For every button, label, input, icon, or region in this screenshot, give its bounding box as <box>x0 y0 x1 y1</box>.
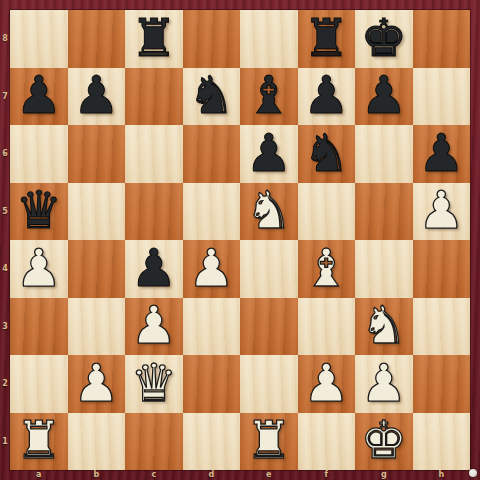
square-b7[interactable]: ♟ <box>68 68 126 126</box>
square-h5[interactable]: ♟ <box>413 183 471 241</box>
square-a4[interactable]: ♟ <box>10 240 68 298</box>
piece-white-pawn-g2[interactable]: ♟ <box>360 357 407 409</box>
square-b5[interactable] <box>68 183 126 241</box>
piece-black-knight-d7[interactable]: ♞ <box>188 69 235 121</box>
piece-white-knight-e5[interactable]: ♞ <box>245 184 292 236</box>
square-d3[interactable] <box>183 298 241 356</box>
piece-black-queen-a5[interactable]: ♛ <box>15 184 62 236</box>
square-a5[interactable]: ♛ <box>10 183 68 241</box>
square-f7[interactable]: ♟ <box>298 68 356 126</box>
square-e4[interactable] <box>240 240 298 298</box>
file-label-d: d <box>183 470 241 480</box>
square-c8[interactable]: ♜ <box>125 10 183 68</box>
square-b1[interactable] <box>68 413 126 471</box>
rank-label-1: 1 <box>0 413 10 471</box>
square-f4[interactable]: ♝ <box>298 240 356 298</box>
piece-white-rook-a1[interactable]: ♜ <box>15 414 62 466</box>
piece-black-pawn-g7[interactable]: ♟ <box>360 69 407 121</box>
square-d2[interactable] <box>183 355 241 413</box>
piece-white-pawn-d4[interactable]: ♟ <box>188 242 235 294</box>
file-label-b: b <box>68 470 126 480</box>
square-a8[interactable] <box>10 10 68 68</box>
rank-label-4: 4 <box>0 240 10 298</box>
square-f8[interactable]: ♜ <box>298 10 356 68</box>
piece-black-pawn-f7[interactable]: ♟ <box>303 69 350 121</box>
square-h1[interactable] <box>413 413 471 471</box>
square-e8[interactable] <box>240 10 298 68</box>
piece-white-pawn-b2[interactable]: ♟ <box>73 357 120 409</box>
piece-white-bishop-f4[interactable]: ♝ <box>303 242 350 294</box>
piece-white-rook-e1[interactable]: ♜ <box>245 414 292 466</box>
chess-board-frame: ♜♜♚♟♟♞♝♟♟♟♞♟♛♞♟♟♟♟♝♟♞♟♛♟♟♜♜♚ abcdefgh876… <box>0 0 480 480</box>
file-label-e: e <box>240 470 298 480</box>
square-c1[interactable] <box>125 413 183 471</box>
square-c3[interactable]: ♟ <box>125 298 183 356</box>
square-h7[interactable] <box>413 68 471 126</box>
piece-white-knight-g3[interactable]: ♞ <box>360 299 407 351</box>
square-h6[interactable]: ♟ <box>413 125 471 183</box>
square-d4[interactable]: ♟ <box>183 240 241 298</box>
piece-white-pawn-f2[interactable]: ♟ <box>303 357 350 409</box>
square-f2[interactable]: ♟ <box>298 355 356 413</box>
square-h8[interactable] <box>413 10 471 68</box>
square-f3[interactable] <box>298 298 356 356</box>
piece-black-knight-f6[interactable]: ♞ <box>303 127 350 179</box>
square-f5[interactable] <box>298 183 356 241</box>
piece-black-pawn-a7[interactable]: ♟ <box>15 69 62 121</box>
square-c5[interactable] <box>125 183 183 241</box>
rank-label-6: 6 <box>0 125 10 183</box>
square-b4[interactable] <box>68 240 126 298</box>
white-to-move-indicator <box>469 469 477 477</box>
square-a3[interactable] <box>10 298 68 356</box>
square-a2[interactable] <box>10 355 68 413</box>
rank-label-7: 7 <box>0 68 10 126</box>
square-c7[interactable] <box>125 68 183 126</box>
square-g2[interactable]: ♟ <box>355 355 413 413</box>
file-label-c: c <box>125 470 183 480</box>
piece-white-queen-c2[interactable]: ♛ <box>130 357 177 409</box>
square-h4[interactable] <box>413 240 471 298</box>
square-b2[interactable]: ♟ <box>68 355 126 413</box>
square-h3[interactable] <box>413 298 471 356</box>
piece-black-pawn-h6[interactable]: ♟ <box>418 127 465 179</box>
square-f1[interactable] <box>298 413 356 471</box>
square-g4[interactable] <box>355 240 413 298</box>
piece-black-pawn-b7[interactable]: ♟ <box>73 69 120 121</box>
square-g5[interactable] <box>355 183 413 241</box>
piece-white-pawn-a4[interactable]: ♟ <box>15 242 62 294</box>
square-c4[interactable]: ♟ <box>125 240 183 298</box>
piece-white-king-g1[interactable]: ♚ <box>360 414 407 466</box>
piece-black-king-g8[interactable]: ♚ <box>360 12 407 64</box>
square-d5[interactable] <box>183 183 241 241</box>
file-label-h: h <box>413 470 471 480</box>
square-e7[interactable]: ♝ <box>240 68 298 126</box>
square-e2[interactable] <box>240 355 298 413</box>
square-g7[interactable]: ♟ <box>355 68 413 126</box>
square-a6[interactable] <box>10 125 68 183</box>
square-d7[interactable]: ♞ <box>183 68 241 126</box>
square-d1[interactable] <box>183 413 241 471</box>
piece-white-pawn-h5[interactable]: ♟ <box>418 184 465 236</box>
square-b6[interactable] <box>68 125 126 183</box>
square-b8[interactable] <box>68 10 126 68</box>
square-g6[interactable] <box>355 125 413 183</box>
piece-black-rook-c8[interactable]: ♜ <box>130 12 177 64</box>
square-c2[interactable]: ♛ <box>125 355 183 413</box>
square-e1[interactable]: ♜ <box>240 413 298 471</box>
piece-black-pawn-c4[interactable]: ♟ <box>130 242 177 294</box>
square-a7[interactable]: ♟ <box>10 68 68 126</box>
square-b3[interactable] <box>68 298 126 356</box>
square-h2[interactable] <box>413 355 471 413</box>
square-c6[interactable] <box>125 125 183 183</box>
square-e6[interactable]: ♟ <box>240 125 298 183</box>
square-e5[interactable]: ♞ <box>240 183 298 241</box>
piece-black-bishop-e7[interactable]: ♝ <box>245 69 292 121</box>
rank-label-5: 5 <box>0 183 10 241</box>
square-d8[interactable] <box>183 10 241 68</box>
piece-black-pawn-e6[interactable]: ♟ <box>245 127 292 179</box>
square-d6[interactable] <box>183 125 241 183</box>
rank-label-3: 3 <box>0 298 10 356</box>
square-g3[interactable]: ♞ <box>355 298 413 356</box>
square-f6[interactable]: ♞ <box>298 125 356 183</box>
file-label-a: a <box>10 470 68 480</box>
rank-label-2: 2 <box>0 355 10 413</box>
rank-label-8: 8 <box>0 10 10 68</box>
chess-board: ♜♜♚♟♟♞♝♟♟♟♞♟♛♞♟♟♟♟♝♟♞♟♛♟♟♜♜♚ <box>10 10 470 470</box>
file-label-f: f <box>298 470 356 480</box>
square-a1[interactable]: ♜ <box>10 413 68 471</box>
square-g1[interactable]: ♚ <box>355 413 413 471</box>
file-label-g: g <box>355 470 413 480</box>
piece-black-rook-f8[interactable]: ♜ <box>303 12 350 64</box>
square-e3[interactable] <box>240 298 298 356</box>
square-g8[interactable]: ♚ <box>355 10 413 68</box>
piece-white-pawn-c3[interactable]: ♟ <box>130 299 177 351</box>
